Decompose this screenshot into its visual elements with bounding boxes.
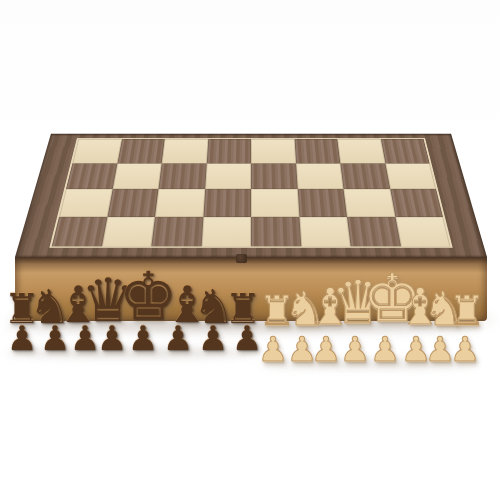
light-rook: ♜: [449, 291, 486, 332]
dark-pawn: ♟: [97, 321, 127, 355]
light-pawn: ♟: [370, 332, 400, 366]
dark-pawn: ♟: [128, 321, 158, 355]
dark-pawn: ♟: [7, 321, 37, 355]
light-pawn: ♟: [258, 332, 288, 366]
product-photo-scene: ♜♞♝♛♚♝♞♜♜♞♝♛♚♝♞♜♟♟♟♟♟♟♟♟♟♟♟♟♟♟♟♟: [0, 0, 500, 500]
dark-pawn: ♟: [70, 321, 100, 355]
dark-pawn: ♟: [163, 321, 193, 355]
light-pawn: ♟: [340, 332, 370, 366]
pieces-layer: ♜♞♝♛♚♝♞♜♜♞♝♛♚♝♞♜♟♟♟♟♟♟♟♟♟♟♟♟♟♟♟♟: [0, 0, 500, 500]
dark-pawn: ♟: [198, 321, 228, 355]
light-pawn: ♟: [311, 332, 341, 366]
dark-pawn: ♟: [40, 321, 70, 355]
light-pawn: ♟: [450, 332, 480, 366]
